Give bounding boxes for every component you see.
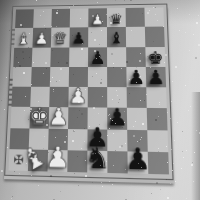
chess-piece-white-pawn: ♟ — [34, 31, 49, 47]
chess-piece-black-pawn: ♟ — [89, 49, 105, 67]
board-frame: ♟♛♝♟♛♟♝♟♚♟♟♟♚♟♟♟✠♝♟♞♟ — [4, 4, 173, 181]
chess-piece-black-king: ♚ — [147, 49, 164, 67]
chess-piece-white-king: ♚ — [29, 104, 50, 128]
board-square — [145, 27, 165, 47]
chess-piece-black-pawn: ♟ — [125, 144, 152, 174]
board-square — [50, 47, 69, 67]
board-square — [88, 87, 108, 108]
board-square: ♟ — [47, 150, 67, 172]
chess-piece-black-bishop: ♝ — [109, 31, 124, 47]
chess-piece-white-pawn: ♟ — [68, 86, 87, 108]
board-square: ♟ — [146, 67, 166, 88]
board-square: ♛ — [107, 8, 126, 27]
chess-photo: ♟♛♝♟♛♟♝♟♚♟♟♟♚♟♟♟✠♝♟♞♟ — [0, 0, 200, 200]
board-square: ♝ — [14, 28, 33, 47]
board-square: ♟ — [68, 87, 87, 108]
board-square — [147, 108, 168, 130]
board-square — [107, 67, 127, 87]
board-square — [70, 9, 89, 28]
board-square — [50, 67, 69, 87]
board-square — [126, 47, 146, 67]
chess-piece-black-knight: ♞ — [84, 143, 110, 173]
board-square — [32, 47, 51, 67]
board-square: ♚ — [145, 47, 165, 67]
board-square — [12, 67, 31, 87]
board-square — [15, 9, 34, 28]
right-edge-dark-band — [191, 92, 200, 200]
chess-piece-black-pawn: ♟ — [106, 105, 128, 129]
board-square — [146, 87, 167, 108]
chess-piece-white-pawn: ♟ — [91, 13, 104, 27]
board-squares: ♟♛♝♟♛♟♝♟♚♟♟♟♚♟♟♟✠♝♟♞♟ — [8, 7, 169, 174]
chess-piece-black-queen: ♛ — [110, 13, 123, 27]
board-square — [69, 47, 88, 67]
board-square: ♟ — [69, 28, 88, 48]
board-square: ♟ — [107, 108, 127, 130]
chess-piece-white-pawn: ♟ — [48, 105, 69, 129]
board-square — [88, 67, 107, 87]
board-square — [13, 47, 32, 67]
board-square — [127, 87, 147, 108]
board-square — [33, 9, 52, 28]
board-square — [107, 47, 126, 67]
board-square: ♟ — [126, 67, 146, 88]
board-square — [10, 107, 30, 128]
chess-piece-black-pawn: ♟ — [127, 67, 145, 87]
board-square: ♟ — [127, 151, 148, 174]
board-square — [88, 27, 107, 47]
board-square — [127, 108, 147, 130]
board-square: ♟ — [88, 8, 107, 27]
chess-piece-white-pawn: ♟ — [45, 142, 71, 172]
board-square — [11, 87, 31, 107]
board-square: ♛ — [51, 28, 70, 47]
board-square — [68, 107, 88, 128]
board-square — [31, 67, 50, 87]
chess-piece-black-pawn: ♟ — [147, 67, 166, 87]
board-square — [51, 9, 70, 28]
board-square: ♟ — [32, 28, 51, 47]
board-square — [126, 8, 145, 27]
chess-piece-black-pawn: ♟ — [71, 31, 86, 47]
chessboard: ♟♛♝♟♛♟♝♟♚♟♟♟♚♟♟♟✠♝♟♞♟ — [4, 4, 173, 181]
chess-piece-white-bishop: ♝ — [16, 32, 31, 48]
board-square: ♞ — [87, 150, 107, 173]
board-square — [144, 7, 164, 27]
board-square: ♚ — [29, 107, 49, 128]
chess-piece-white-queen: ♛ — [53, 31, 68, 47]
board-square: ♟ — [88, 47, 107, 67]
board-square: ♟ — [49, 107, 69, 128]
board-square — [126, 27, 145, 47]
board-square: ♝ — [107, 27, 126, 47]
